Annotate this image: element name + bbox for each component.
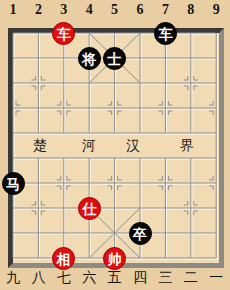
file-label-top-1: 1 bbox=[10, 2, 17, 18]
piece-black-general[interactable]: 将 bbox=[78, 47, 101, 70]
river-text-1: 楚 bbox=[33, 138, 47, 154]
piece-black-chariot[interactable]: 车 bbox=[154, 22, 177, 45]
file-label-bottom-5: 五 bbox=[108, 270, 122, 286]
piece-glyph: 仕 bbox=[79, 198, 100, 220]
file-label-bottom-7: 三 bbox=[158, 270, 172, 286]
file-label-top-5: 5 bbox=[111, 2, 118, 18]
piece-glyph: 士 bbox=[104, 48, 125, 70]
file-label-bottom-8: 二 bbox=[184, 270, 198, 286]
river-text-2: 河 bbox=[82, 138, 96, 154]
file-label-bottom-2: 八 bbox=[31, 270, 45, 286]
piece-red-advisor[interactable]: 仕 bbox=[78, 197, 101, 220]
file-label-top-4: 4 bbox=[86, 2, 93, 18]
piece-black-soldier[interactable]: 卒 bbox=[129, 222, 152, 245]
file-label-bottom-1: 九 bbox=[6, 270, 20, 286]
file-label-top-3: 3 bbox=[60, 2, 67, 18]
piece-red-chariot[interactable]: 车 bbox=[52, 22, 75, 45]
file-label-top-7: 7 bbox=[162, 2, 169, 18]
piece-glyph: 车 bbox=[155, 23, 176, 45]
piece-red-elephant[interactable]: 相 bbox=[52, 247, 75, 270]
file-label-top-6: 6 bbox=[137, 2, 144, 18]
piece-black-horse[interactable]: 马 bbox=[2, 172, 25, 195]
piece-red-general[interactable]: 帅 bbox=[103, 247, 126, 270]
file-label-bottom-6: 四 bbox=[133, 270, 147, 286]
piece-glyph: 马 bbox=[3, 173, 24, 195]
file-label-top-8: 8 bbox=[187, 2, 194, 18]
piece-black-advisor[interactable]: 士 bbox=[103, 47, 126, 70]
piece-glyph: 将 bbox=[79, 48, 100, 70]
piece-glyph: 车 bbox=[53, 23, 74, 45]
file-label-bottom-9: 一 bbox=[209, 270, 223, 286]
piece-glyph: 帅 bbox=[104, 248, 125, 270]
file-label-bottom-3: 七 bbox=[57, 270, 71, 286]
piece-glyph: 相 bbox=[53, 248, 74, 270]
piece-glyph: 卒 bbox=[130, 223, 151, 245]
xiangqi-app-window: 123456789 楚河汉界车车将士马仕卒相帅 九八七六五四三二一 bbox=[0, 0, 230, 290]
river-text-3: 汉 bbox=[126, 138, 140, 154]
file-label-bottom-4: 六 bbox=[82, 270, 96, 286]
river-text-4: 界 bbox=[180, 138, 194, 154]
file-label-top-2: 2 bbox=[35, 2, 42, 18]
file-label-top-9: 9 bbox=[213, 2, 220, 18]
